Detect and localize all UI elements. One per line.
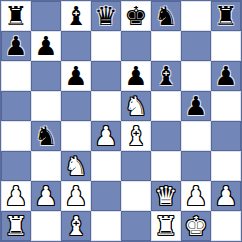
square-b1[interactable]	[31, 211, 61, 241]
square-c7[interactable]	[61, 31, 91, 61]
piece-black-pawn-icon: ♟	[34, 31, 57, 61]
square-d7[interactable]	[91, 31, 121, 61]
piece-black-queen-icon: ♛	[94, 1, 117, 31]
square-h6[interactable]: ♟	[211, 61, 241, 91]
square-e5[interactable]: ♞	[121, 91, 151, 121]
square-d4[interactable]: ♟	[91, 121, 121, 151]
square-c1[interactable]: ♝	[61, 211, 91, 241]
square-h1[interactable]	[211, 211, 241, 241]
square-h4[interactable]	[211, 121, 241, 151]
square-c3[interactable]: ♞	[61, 151, 91, 181]
square-f6[interactable]: ♝	[151, 61, 181, 91]
square-h5[interactable]	[211, 91, 241, 121]
square-d1[interactable]	[91, 211, 121, 241]
square-b5[interactable]	[31, 91, 61, 121]
piece-black-pawn-icon: ♟	[64, 61, 87, 91]
square-e2[interactable]	[121, 181, 151, 211]
square-a8[interactable]: ♜	[1, 1, 31, 31]
square-h2[interactable]: ♟	[211, 181, 241, 211]
square-g5[interactable]: ♟	[181, 91, 211, 121]
square-b2[interactable]: ♟	[31, 181, 61, 211]
square-g6[interactable]	[181, 61, 211, 91]
piece-black-pawn-icon: ♟	[124, 61, 147, 91]
square-g8[interactable]	[181, 1, 211, 31]
square-b7[interactable]: ♟	[31, 31, 61, 61]
piece-white-pawn-icon: ♟	[184, 181, 207, 211]
square-g4[interactable]	[181, 121, 211, 151]
square-a5[interactable]	[1, 91, 31, 121]
square-e7[interactable]	[121, 31, 151, 61]
piece-black-pawn-icon: ♟	[214, 61, 237, 91]
piece-white-knight-icon: ♞	[64, 151, 87, 181]
square-c8[interactable]: ♝	[61, 1, 91, 31]
piece-black-knight-icon: ♞	[34, 121, 57, 151]
square-c4[interactable]	[61, 121, 91, 151]
piece-black-bishop-icon: ♝	[154, 61, 177, 91]
piece-black-bishop-icon: ♝	[64, 1, 87, 31]
square-e6[interactable]: ♟	[121, 61, 151, 91]
piece-white-bishop-icon: ♝	[64, 211, 87, 241]
square-d5[interactable]	[91, 91, 121, 121]
square-d6[interactable]	[91, 61, 121, 91]
square-c6[interactable]: ♟	[61, 61, 91, 91]
square-h7[interactable]	[211, 31, 241, 61]
square-g7[interactable]	[181, 31, 211, 61]
square-b4[interactable]: ♞	[31, 121, 61, 151]
square-a2[interactable]: ♟	[1, 181, 31, 211]
piece-white-rook-icon: ♜	[154, 211, 177, 241]
piece-white-queen-icon: ♛	[154, 181, 177, 211]
square-e3[interactable]	[121, 151, 151, 181]
chess-board: ♜♝♛♚♞♜♟♟♟♟♝♟♞♟♞♟♝♞♟♟♟♛♟♟♜♝♜♚	[0, 0, 242, 242]
square-a1[interactable]: ♜	[1, 211, 31, 241]
piece-white-rook-icon: ♜	[4, 211, 27, 241]
piece-white-pawn-icon: ♟	[94, 121, 117, 151]
square-e8[interactable]: ♚	[121, 1, 151, 31]
piece-white-pawn-icon: ♟	[214, 181, 237, 211]
square-h3[interactable]	[211, 151, 241, 181]
square-b3[interactable]	[31, 151, 61, 181]
square-g1[interactable]: ♚	[181, 211, 211, 241]
square-f3[interactable]	[151, 151, 181, 181]
square-h8[interactable]: ♜	[211, 1, 241, 31]
square-d2[interactable]	[91, 181, 121, 211]
square-a4[interactable]	[1, 121, 31, 151]
square-f7[interactable]	[151, 31, 181, 61]
square-f4[interactable]	[151, 121, 181, 151]
square-g3[interactable]	[181, 151, 211, 181]
square-b6[interactable]	[31, 61, 61, 91]
piece-black-pawn-icon: ♟	[184, 91, 207, 121]
square-f2[interactable]: ♛	[151, 181, 181, 211]
square-a6[interactable]	[1, 61, 31, 91]
piece-black-knight-icon: ♞	[154, 1, 177, 31]
piece-black-rook-icon: ♜	[4, 1, 27, 31]
piece-white-pawn-icon: ♟	[4, 181, 27, 211]
piece-black-rook-icon: ♜	[214, 1, 237, 31]
piece-black-pawn-icon: ♟	[4, 31, 27, 61]
piece-white-king-icon: ♚	[184, 211, 207, 241]
square-a7[interactable]: ♟	[1, 31, 31, 61]
square-f1[interactable]: ♜	[151, 211, 181, 241]
piece-white-pawn-icon: ♟	[34, 181, 57, 211]
piece-black-king-icon: ♚	[124, 1, 147, 31]
square-e1[interactable]	[121, 211, 151, 241]
square-a3[interactable]	[1, 151, 31, 181]
piece-white-bishop-icon: ♝	[124, 121, 147, 151]
square-f8[interactable]: ♞	[151, 1, 181, 31]
square-d3[interactable]	[91, 151, 121, 181]
square-d8[interactable]: ♛	[91, 1, 121, 31]
square-f5[interactable]	[151, 91, 181, 121]
square-c5[interactable]	[61, 91, 91, 121]
piece-white-pawn-icon: ♟	[64, 181, 87, 211]
square-c2[interactable]: ♟	[61, 181, 91, 211]
piece-white-knight-icon: ♞	[124, 91, 147, 121]
square-g2[interactable]: ♟	[181, 181, 211, 211]
square-b8[interactable]	[31, 1, 61, 31]
square-e4[interactable]: ♝	[121, 121, 151, 151]
